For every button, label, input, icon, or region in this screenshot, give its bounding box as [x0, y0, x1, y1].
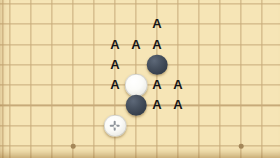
board-intersection[interactable]	[63, 116, 84, 136]
board-intersection[interactable]	[168, 116, 189, 136]
annotation-a: A	[173, 78, 182, 91]
board-intersection[interactable]	[126, 0, 147, 14]
board-intersection[interactable]	[168, 0, 189, 14]
board-intersection[interactable]	[231, 55, 252, 75]
board-intersection[interactable]	[252, 95, 273, 115]
board-intersection[interactable]	[42, 95, 63, 115]
board-intersection[interactable]	[168, 14, 189, 34]
board-intersection[interactable]: A	[147, 14, 168, 34]
gomoku-board: AAAAAAAAAA	[0, 0, 280, 158]
board-intersection[interactable]	[0, 34, 21, 54]
annotation-a: A	[152, 98, 161, 111]
annotation-a: A	[110, 78, 119, 91]
board-intersection[interactable]	[210, 55, 231, 75]
board-intersection[interactable]	[21, 14, 42, 34]
board-intersection[interactable]	[252, 75, 273, 95]
annotation-a: A	[152, 17, 161, 30]
board-intersection[interactable]	[21, 55, 42, 75]
board-intersection[interactable]	[0, 55, 21, 75]
board-intersection[interactable]: A	[105, 34, 126, 54]
board-intersection[interactable]: A	[126, 34, 147, 54]
board-intersection[interactable]	[21, 34, 42, 54]
board-intersection[interactable]	[84, 55, 105, 75]
board-intersection[interactable]	[42, 55, 63, 75]
board-intersection[interactable]	[42, 116, 63, 136]
board-intersection[interactable]	[84, 116, 105, 136]
move-cursor-icon	[110, 121, 120, 131]
board-intersection[interactable]	[210, 75, 231, 95]
board-intersection[interactable]	[42, 34, 63, 54]
annotation-a: A	[110, 58, 119, 71]
board-intersection[interactable]: A	[105, 75, 126, 95]
board-intersection[interactable]	[126, 116, 147, 136]
board-intersection[interactable]	[63, 0, 84, 14]
board-intersection[interactable]	[42, 14, 63, 34]
board-intersection[interactable]	[84, 34, 105, 54]
board-intersection[interactable]	[189, 0, 210, 14]
board-intersection[interactable]	[147, 55, 168, 75]
board-intersection[interactable]	[84, 14, 105, 34]
board-intersection[interactable]	[0, 136, 21, 156]
board-intersection[interactable]	[63, 75, 84, 95]
board-intersection[interactable]	[189, 75, 210, 95]
board-intersection[interactable]	[252, 55, 273, 75]
board-intersection[interactable]: A	[168, 95, 189, 115]
board-intersection[interactable]: A	[147, 95, 168, 115]
annotation-a: A	[173, 98, 182, 111]
board-intersection[interactable]	[252, 0, 273, 14]
board-intersection[interactable]	[0, 95, 21, 115]
board-intersection[interactable]	[0, 116, 21, 136]
annotation-a: A	[110, 38, 119, 51]
black-stone	[147, 55, 168, 76]
board-intersection[interactable]	[231, 95, 252, 115]
black-stone	[126, 95, 147, 116]
screenshot-stage: AAAAAAAAAA	[0, 0, 280, 158]
board-intersection[interactable]	[231, 34, 252, 54]
board-intersection[interactable]	[147, 0, 168, 14]
board-intersection[interactable]	[105, 95, 126, 115]
board-intersection[interactable]	[126, 136, 147, 156]
star-point	[71, 144, 76, 149]
white-stone	[104, 114, 127, 137]
board-intersection[interactable]	[42, 0, 63, 14]
board-intersection[interactable]	[231, 14, 252, 34]
board-intersection[interactable]	[63, 55, 84, 75]
board-intersection[interactable]	[21, 75, 42, 95]
board-intersection[interactable]	[63, 14, 84, 34]
board-intersection[interactable]	[168, 55, 189, 75]
board-intersection[interactable]	[168, 34, 189, 54]
board-intersection[interactable]	[0, 0, 21, 14]
board-intersection[interactable]: A	[168, 75, 189, 95]
board-intersection[interactable]	[84, 0, 105, 14]
board-intersection[interactable]	[126, 14, 147, 34]
board-intersection[interactable]	[0, 14, 21, 34]
board-intersection[interactable]	[21, 95, 42, 115]
board-intersection[interactable]	[189, 55, 210, 75]
board-intersection[interactable]	[189, 116, 210, 136]
board-intersection[interactable]	[147, 136, 168, 156]
board-intersection[interactable]	[21, 136, 42, 156]
board-intersection[interactable]	[210, 0, 231, 14]
board-intersection[interactable]	[84, 75, 105, 95]
board-intersection[interactable]	[210, 14, 231, 34]
annotation-a: A	[152, 78, 161, 91]
board-intersection[interactable]	[231, 116, 252, 136]
board-intersection[interactable]	[42, 136, 63, 156]
board-intersection[interactable]	[189, 95, 210, 115]
board-intersection[interactable]	[252, 34, 273, 54]
board-intersection[interactable]	[147, 116, 168, 136]
board-intersection[interactable]	[210, 34, 231, 54]
board-intersection[interactable]	[210, 95, 231, 115]
board-intersection[interactable]	[126, 55, 147, 75]
board-intersection[interactable]	[189, 14, 210, 34]
board-intersection[interactable]	[21, 116, 42, 136]
board-intersection[interactable]	[126, 95, 147, 115]
board-intersection[interactable]	[189, 34, 210, 54]
board-intersection[interactable]	[42, 75, 63, 95]
board-intersection[interactable]	[105, 14, 126, 34]
board-intersection[interactable]	[84, 136, 105, 156]
board-intersection[interactable]	[252, 14, 273, 34]
board-intersection[interactable]	[252, 116, 273, 136]
board-intersection[interactable]	[210, 136, 231, 156]
board-intersection[interactable]	[105, 0, 126, 14]
board-intersection[interactable]	[105, 136, 126, 156]
annotation-a: A	[152, 38, 161, 51]
board-intersection[interactable]	[168, 136, 189, 156]
star-point	[239, 144, 244, 149]
board-intersection[interactable]	[189, 136, 210, 156]
board-intersection[interactable]	[231, 0, 252, 14]
board-intersection[interactable]	[63, 34, 84, 54]
board-intersection[interactable]: A	[147, 75, 168, 95]
board-intersection[interactable]	[21, 0, 42, 14]
board-intersection[interactable]: A	[105, 55, 126, 75]
annotation-a: A	[131, 38, 140, 51]
board-intersection[interactable]	[126, 75, 147, 95]
board-intersection[interactable]	[252, 136, 273, 156]
board-intersection[interactable]	[0, 75, 21, 95]
white-stone	[125, 74, 148, 97]
intersections-grid: AAAAAAAAAA	[0, 0, 273, 156]
board-intersection[interactable]	[84, 95, 105, 115]
board-intersection[interactable]	[63, 95, 84, 115]
board-intersection[interactable]	[231, 75, 252, 95]
board-intersection[interactable]	[105, 116, 126, 136]
board-intersection[interactable]: A	[147, 34, 168, 54]
board-intersection[interactable]	[210, 116, 231, 136]
